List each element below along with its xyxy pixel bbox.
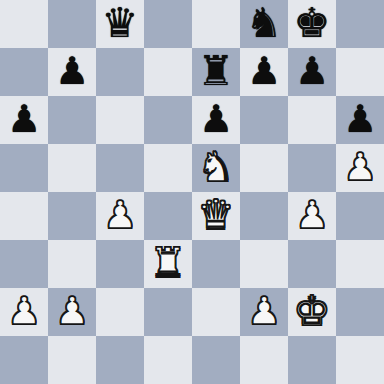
- square-c8[interactable]: ♛: [96, 0, 144, 48]
- square-b6[interactable]: [48, 96, 96, 144]
- square-d5[interactable]: [144, 144, 192, 192]
- square-g7[interactable]: ♟: [288, 48, 336, 96]
- square-a1[interactable]: [0, 336, 48, 384]
- square-b2[interactable]: ♟: [48, 288, 96, 336]
- square-a5[interactable]: [0, 144, 48, 192]
- square-h4[interactable]: [336, 192, 384, 240]
- square-a2[interactable]: ♟: [0, 288, 48, 336]
- chess-board: ♛♞♚♟♜♟♟♟♟♟♞♟♟♛♟♜♟♟♟♚: [0, 0, 384, 384]
- square-e7[interactable]: ♜: [192, 48, 240, 96]
- square-e3[interactable]: [192, 240, 240, 288]
- square-h6[interactable]: ♟: [336, 96, 384, 144]
- black-pawn[interactable]: ♟: [199, 95, 233, 143]
- black-king[interactable]: ♚: [294, 0, 331, 47]
- black-pawn[interactable]: ♟: [7, 95, 41, 143]
- square-c5[interactable]: [96, 144, 144, 192]
- square-e4[interactable]: ♛: [192, 192, 240, 240]
- square-f2[interactable]: ♟: [240, 288, 288, 336]
- square-g1[interactable]: [288, 336, 336, 384]
- square-g3[interactable]: [288, 240, 336, 288]
- white-pawn[interactable]: ♟: [55, 287, 89, 335]
- black-knight[interactable]: ♞: [246, 0, 283, 47]
- white-pawn[interactable]: ♟: [7, 287, 41, 335]
- square-g6[interactable]: [288, 96, 336, 144]
- white-rook[interactable]: ♜: [150, 239, 187, 287]
- white-pawn[interactable]: ♟: [343, 143, 377, 191]
- square-h1[interactable]: [336, 336, 384, 384]
- square-f5[interactable]: [240, 144, 288, 192]
- square-e1[interactable]: [192, 336, 240, 384]
- square-e2[interactable]: [192, 288, 240, 336]
- black-pawn[interactable]: ♟: [247, 47, 281, 95]
- square-a8[interactable]: [0, 0, 48, 48]
- square-d3[interactable]: ♜: [144, 240, 192, 288]
- square-c4[interactable]: ♟: [96, 192, 144, 240]
- square-c6[interactable]: [96, 96, 144, 144]
- square-f3[interactable]: [240, 240, 288, 288]
- square-e8[interactable]: [192, 0, 240, 48]
- white-pawn[interactable]: ♟: [247, 287, 281, 335]
- square-g2[interactable]: ♚: [288, 288, 336, 336]
- square-b8[interactable]: [48, 0, 96, 48]
- white-pawn[interactable]: ♟: [103, 191, 137, 239]
- square-a3[interactable]: [0, 240, 48, 288]
- square-f1[interactable]: [240, 336, 288, 384]
- square-d2[interactable]: [144, 288, 192, 336]
- square-d8[interactable]: [144, 0, 192, 48]
- square-b3[interactable]: [48, 240, 96, 288]
- square-b5[interactable]: [48, 144, 96, 192]
- square-a6[interactable]: ♟: [0, 96, 48, 144]
- square-h5[interactable]: ♟: [336, 144, 384, 192]
- square-h2[interactable]: [336, 288, 384, 336]
- white-pawn[interactable]: ♟: [295, 191, 329, 239]
- square-f4[interactable]: [240, 192, 288, 240]
- square-c7[interactable]: [96, 48, 144, 96]
- square-d1[interactable]: [144, 336, 192, 384]
- square-a7[interactable]: [0, 48, 48, 96]
- square-d7[interactable]: [144, 48, 192, 96]
- square-e5[interactable]: ♞: [192, 144, 240, 192]
- white-knight[interactable]: ♞: [198, 143, 235, 191]
- square-g5[interactable]: [288, 144, 336, 192]
- square-c3[interactable]: [96, 240, 144, 288]
- black-rook[interactable]: ♜: [198, 47, 235, 95]
- square-g4[interactable]: ♟: [288, 192, 336, 240]
- square-e6[interactable]: ♟: [192, 96, 240, 144]
- black-pawn[interactable]: ♟: [295, 47, 329, 95]
- square-c2[interactable]: [96, 288, 144, 336]
- square-g8[interactable]: ♚: [288, 0, 336, 48]
- square-d6[interactable]: [144, 96, 192, 144]
- square-f6[interactable]: [240, 96, 288, 144]
- square-b7[interactable]: ♟: [48, 48, 96, 96]
- square-h7[interactable]: [336, 48, 384, 96]
- black-queen[interactable]: ♛: [102, 0, 139, 47]
- square-c1[interactable]: [96, 336, 144, 384]
- white-queen[interactable]: ♛: [198, 191, 235, 239]
- black-pawn[interactable]: ♟: [343, 95, 377, 143]
- square-d4[interactable]: [144, 192, 192, 240]
- square-h3[interactable]: [336, 240, 384, 288]
- square-b4[interactable]: [48, 192, 96, 240]
- square-a4[interactable]: [0, 192, 48, 240]
- square-h8[interactable]: [336, 0, 384, 48]
- square-f8[interactable]: ♞: [240, 0, 288, 48]
- black-pawn[interactable]: ♟: [55, 47, 89, 95]
- white-king[interactable]: ♚: [294, 287, 331, 335]
- square-b1[interactable]: [48, 336, 96, 384]
- square-f7[interactable]: ♟: [240, 48, 288, 96]
